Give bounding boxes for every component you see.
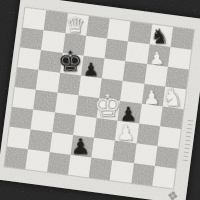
square-a7[interactable] [20, 28, 44, 51]
square-c1[interactable] [47, 152, 71, 175]
square-e7[interactable] [104, 39, 128, 62]
square-e4[interactable]: ♚ [97, 98, 121, 121]
square-c4[interactable] [54, 93, 78, 116]
square-b2[interactable] [28, 129, 52, 152]
square-h4[interactable] [160, 106, 184, 129]
square-f5[interactable] [120, 81, 144, 104]
square-f1[interactable] [110, 160, 134, 183]
square-g2[interactable] [134, 143, 158, 166]
square-a1[interactable] [4, 146, 28, 169]
square-g8[interactable]: ♞ [149, 24, 173, 47]
square-h3[interactable] [157, 126, 181, 149]
square-e2[interactable] [91, 138, 115, 161]
square-a8[interactable] [23, 8, 47, 31]
square-a6[interactable] [18, 47, 42, 70]
square-e3[interactable] [94, 118, 118, 141]
piece-black-king[interactable]: ♚ [58, 48, 83, 76]
square-e6[interactable] [102, 58, 126, 81]
piece-white-king[interactable]: ♚ [93, 90, 121, 121]
square-a3[interactable] [10, 107, 34, 130]
square-h7[interactable] [168, 47, 192, 70]
square-g3[interactable] [136, 123, 160, 146]
square-g7[interactable]: ♟ [147, 44, 171, 67]
square-b1[interactable] [26, 149, 50, 172]
square-h2[interactable] [155, 146, 179, 169]
square-c8[interactable]: ♛ [65, 13, 89, 36]
square-d8[interactable] [86, 16, 110, 39]
square-d1[interactable] [68, 155, 92, 178]
square-d2[interactable]: ♟ [70, 135, 94, 158]
square-c2[interactable] [49, 132, 73, 155]
square-d7[interactable] [83, 36, 107, 59]
frame-text-marking [182, 120, 193, 164]
square-e8[interactable] [107, 19, 131, 42]
square-h1[interactable] [152, 166, 176, 189]
square-f6[interactable] [123, 61, 147, 84]
square-e1[interactable] [89, 158, 113, 181]
square-f3[interactable]: ♟ [115, 121, 139, 144]
square-g1[interactable] [131, 163, 155, 186]
square-a4[interactable] [12, 87, 36, 110]
square-d6[interactable]: ♟ [81, 56, 105, 79]
chessboard-photo: ♛♞♟♚♟♟♞♚♟♟♟ ❖ [0, 0, 200, 200]
square-c3[interactable] [52, 112, 76, 135]
square-a5[interactable] [15, 67, 39, 90]
square-f8[interactable] [128, 22, 152, 45]
square-b8[interactable] [44, 10, 68, 33]
square-b4[interactable] [33, 90, 57, 113]
square-g4[interactable] [139, 104, 163, 127]
square-c5[interactable] [57, 73, 81, 96]
board-frame: ♛♞♟♚♟♟♞♚♟♟♟ ❖ [0, 0, 200, 200]
square-h8[interactable] [170, 27, 194, 50]
board-grid: ♛♞♟♚♟♟♞♚♟♟♟ [4, 8, 193, 189]
square-h5[interactable]: ♞ [162, 87, 186, 110]
square-b3[interactable] [31, 110, 55, 133]
square-f7[interactable] [126, 41, 150, 64]
square-c6[interactable]: ♚ [60, 53, 84, 76]
square-a2[interactable] [7, 127, 31, 150]
frame-logo-icon: ❖ [166, 188, 180, 200]
square-f2[interactable] [112, 141, 136, 164]
square-b5[interactable] [36, 70, 60, 93]
